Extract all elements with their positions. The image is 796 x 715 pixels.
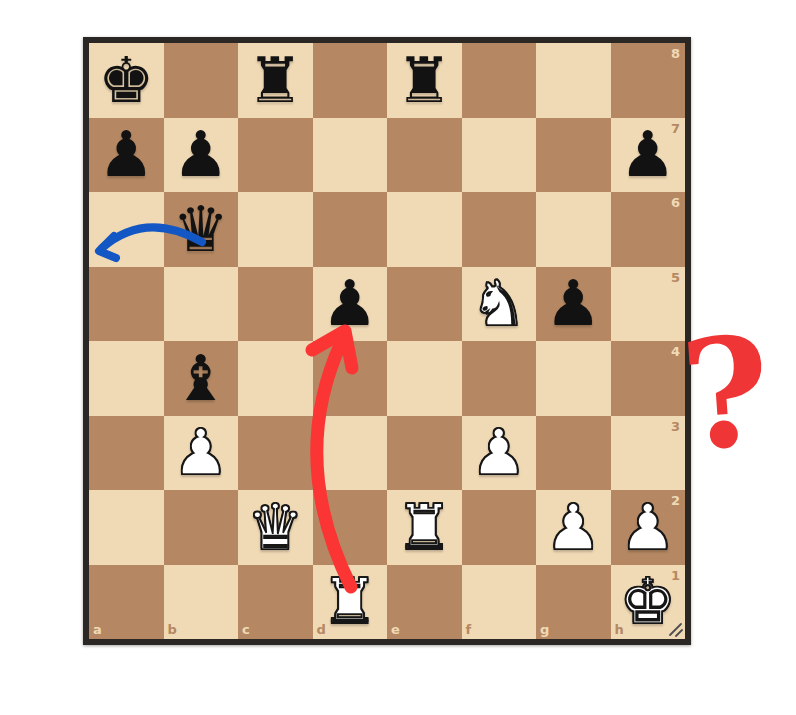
square-h7[interactable]: 7♟ <box>611 118 686 193</box>
square-f3[interactable]: ♟ <box>462 416 537 491</box>
piece-bp-h7[interactable]: ♟ <box>620 123 676 186</box>
square-g8[interactable] <box>536 43 611 118</box>
square-c5[interactable] <box>238 267 313 342</box>
board-grid: ♚♜♜8♟♟7♟♛6♟♞♟5♝4♟♟3♛♜♟2♟abcd♜efg1h♚ <box>89 43 685 639</box>
piece-wn-f5[interactable]: ♞ <box>471 272 527 335</box>
square-g6[interactable] <box>536 192 611 267</box>
square-d1[interactable]: d♜ <box>313 565 388 640</box>
square-b5[interactable] <box>164 267 239 342</box>
square-e1[interactable]: e <box>387 565 462 640</box>
square-h3[interactable]: 3 <box>611 416 686 491</box>
file-label-c: c <box>242 623 250 636</box>
square-c1[interactable]: c <box>238 565 313 640</box>
square-b3[interactable]: ♟ <box>164 416 239 491</box>
square-d5[interactable]: ♟ <box>313 267 388 342</box>
square-e3[interactable] <box>387 416 462 491</box>
piece-wr-d1[interactable]: ♜ <box>322 570 378 633</box>
square-f2[interactable] <box>462 490 537 565</box>
piece-bp-a7[interactable]: ♟ <box>98 123 154 186</box>
piece-br-e8[interactable]: ♜ <box>396 49 452 112</box>
square-b1[interactable]: b <box>164 565 239 640</box>
square-e7[interactable] <box>387 118 462 193</box>
square-g3[interactable] <box>536 416 611 491</box>
piece-wr-e2[interactable]: ♜ <box>396 496 452 559</box>
square-d3[interactable] <box>313 416 388 491</box>
square-h4[interactable]: 4 <box>611 341 686 416</box>
square-a2[interactable] <box>89 490 164 565</box>
square-c8[interactable]: ♜ <box>238 43 313 118</box>
square-e5[interactable] <box>387 267 462 342</box>
piece-wp-h2[interactable]: ♟ <box>620 496 676 559</box>
square-a8[interactable]: ♚ <box>89 43 164 118</box>
piece-wp-b3[interactable]: ♟ <box>173 421 229 484</box>
square-a6[interactable] <box>89 192 164 267</box>
rank-label-6: 6 <box>671 196 680 209</box>
square-b7[interactable]: ♟ <box>164 118 239 193</box>
rank-label-5: 5 <box>671 271 680 284</box>
file-label-a: a <box>93 623 102 636</box>
square-e2[interactable]: ♜ <box>387 490 462 565</box>
square-b6[interactable]: ♛ <box>164 192 239 267</box>
piece-bp-g5[interactable]: ♟ <box>545 272 601 335</box>
board-resize-icon[interactable] <box>668 622 683 637</box>
square-e8[interactable]: ♜ <box>387 43 462 118</box>
piece-bp-d5[interactable]: ♟ <box>322 272 378 335</box>
piece-bb-b4[interactable]: ♝ <box>173 347 229 410</box>
square-f5[interactable]: ♞ <box>462 267 537 342</box>
square-a1[interactable]: a <box>89 565 164 640</box>
square-f4[interactable] <box>462 341 537 416</box>
rank-label-8: 8 <box>671 47 680 60</box>
piece-wp-g2[interactable]: ♟ <box>545 496 601 559</box>
square-f1[interactable]: f <box>462 565 537 640</box>
square-e4[interactable] <box>387 341 462 416</box>
piece-wp-f3[interactable]: ♟ <box>471 421 527 484</box>
square-c7[interactable] <box>238 118 313 193</box>
square-c2[interactable]: ♛ <box>238 490 313 565</box>
square-d4[interactable] <box>313 341 388 416</box>
piece-wq-c2[interactable]: ♛ <box>247 496 303 559</box>
square-b2[interactable] <box>164 490 239 565</box>
file-label-g: g <box>540 623 549 636</box>
square-a3[interactable] <box>89 416 164 491</box>
square-g4[interactable] <box>536 341 611 416</box>
piece-bq-b6[interactable]: ♛ <box>173 198 229 261</box>
square-e6[interactable] <box>387 192 462 267</box>
question-mark-annotation: ? <box>677 315 775 471</box>
file-label-f: f <box>466 623 472 636</box>
square-d7[interactable] <box>313 118 388 193</box>
piece-br-c8[interactable]: ♜ <box>247 49 303 112</box>
square-h8[interactable]: 8 <box>611 43 686 118</box>
square-f7[interactable] <box>462 118 537 193</box>
square-a5[interactable] <box>89 267 164 342</box>
piece-bp-b7[interactable]: ♟ <box>173 123 229 186</box>
square-c6[interactable] <box>238 192 313 267</box>
chess-board: ♚♜♜8♟♟7♟♛6♟♞♟5♝4♟♟3♛♜♟2♟abcd♜efg1h♚ <box>83 37 691 645</box>
square-f8[interactable] <box>462 43 537 118</box>
square-g5[interactable]: ♟ <box>536 267 611 342</box>
square-c3[interactable] <box>238 416 313 491</box>
piece-bk-a8[interactable]: ♚ <box>98 49 154 112</box>
square-b4[interactable]: ♝ <box>164 341 239 416</box>
page-canvas: ♚♜♜8♟♟7♟♛6♟♞♟5♝4♟♟3♛♜♟2♟abcd♜efg1h♚ ? <box>0 0 796 715</box>
square-h2[interactable]: 2♟ <box>611 490 686 565</box>
square-a4[interactable] <box>89 341 164 416</box>
square-g7[interactable] <box>536 118 611 193</box>
square-d2[interactable] <box>313 490 388 565</box>
square-d8[interactable] <box>313 43 388 118</box>
square-c4[interactable] <box>238 341 313 416</box>
square-g1[interactable]: g <box>536 565 611 640</box>
square-d6[interactable] <box>313 192 388 267</box>
square-h6[interactable]: 6 <box>611 192 686 267</box>
square-f6[interactable] <box>462 192 537 267</box>
square-g2[interactable]: ♟ <box>536 490 611 565</box>
rank-label-3: 3 <box>671 420 680 433</box>
square-b8[interactable] <box>164 43 239 118</box>
square-h5[interactable]: 5 <box>611 267 686 342</box>
file-label-e: e <box>391 623 400 636</box>
square-a7[interactable]: ♟ <box>89 118 164 193</box>
file-label-b: b <box>168 623 177 636</box>
